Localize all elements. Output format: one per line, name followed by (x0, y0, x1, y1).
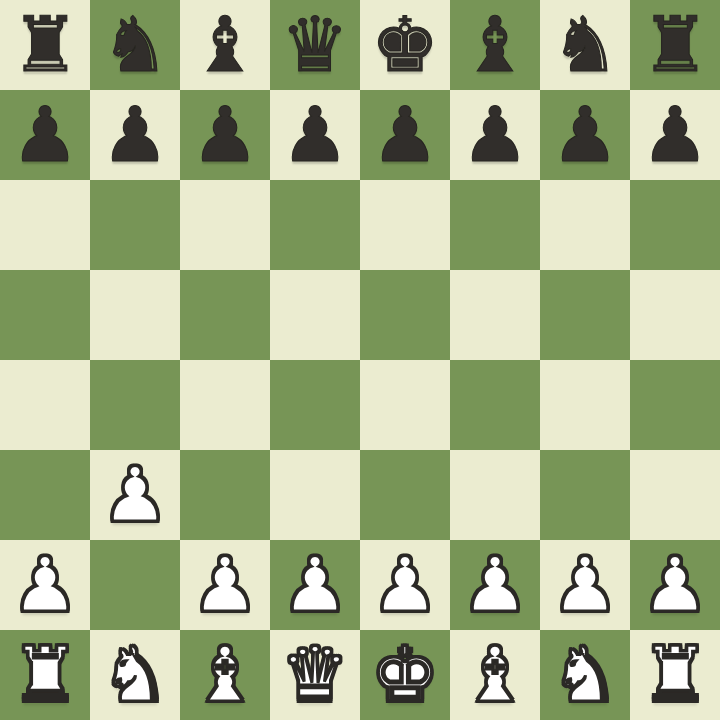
square-g7[interactable]: ♟ (540, 90, 630, 180)
square-c1[interactable]: ♝ (180, 630, 270, 720)
square-h7[interactable]: ♟ (630, 90, 720, 180)
square-e3[interactable] (360, 450, 450, 540)
square-b3[interactable]: ♟ (90, 450, 180, 540)
square-e4[interactable] (360, 360, 450, 450)
piece-white-king[interactable]: ♚ (371, 637, 439, 713)
square-b5[interactable] (90, 270, 180, 360)
piece-white-queen[interactable]: ♛ (281, 637, 349, 713)
piece-white-pawn[interactable]: ♟ (371, 547, 439, 623)
square-b8[interactable]: ♞ (90, 0, 180, 90)
piece-black-pawn[interactable]: ♟ (101, 97, 169, 173)
square-f3[interactable] (450, 450, 540, 540)
square-h8[interactable]: ♜ (630, 0, 720, 90)
piece-black-pawn[interactable]: ♟ (191, 97, 259, 173)
square-a6[interactable] (0, 180, 90, 270)
piece-white-pawn[interactable]: ♟ (191, 547, 259, 623)
piece-black-pawn[interactable]: ♟ (371, 97, 439, 173)
square-f4[interactable] (450, 360, 540, 450)
piece-black-bishop[interactable]: ♝ (461, 7, 529, 83)
square-a7[interactable]: ♟ (0, 90, 90, 180)
piece-black-pawn[interactable]: ♟ (281, 97, 349, 173)
square-d6[interactable] (270, 180, 360, 270)
square-g4[interactable] (540, 360, 630, 450)
square-f8[interactable]: ♝ (450, 0, 540, 90)
square-e8[interactable]: ♚ (360, 0, 450, 90)
square-g1[interactable]: ♞ (540, 630, 630, 720)
piece-white-pawn[interactable]: ♟ (281, 547, 349, 623)
square-g6[interactable] (540, 180, 630, 270)
piece-black-rook[interactable]: ♜ (11, 7, 79, 83)
square-f7[interactable]: ♟ (450, 90, 540, 180)
piece-black-pawn[interactable]: ♟ (641, 97, 709, 173)
square-f5[interactable] (450, 270, 540, 360)
square-f1[interactable]: ♝ (450, 630, 540, 720)
square-a2[interactable]: ♟ (0, 540, 90, 630)
square-a8[interactable]: ♜ (0, 0, 90, 90)
square-a5[interactable] (0, 270, 90, 360)
square-c7[interactable]: ♟ (180, 90, 270, 180)
piece-black-pawn[interactable]: ♟ (11, 97, 79, 173)
square-e1[interactable]: ♚ (360, 630, 450, 720)
square-d8[interactable]: ♛ (270, 0, 360, 90)
square-b2[interactable] (90, 540, 180, 630)
square-e7[interactable]: ♟ (360, 90, 450, 180)
square-h4[interactable] (630, 360, 720, 450)
square-b6[interactable] (90, 180, 180, 270)
piece-black-bishop[interactable]: ♝ (191, 7, 259, 83)
square-g8[interactable]: ♞ (540, 0, 630, 90)
piece-white-rook[interactable]: ♜ (641, 637, 709, 713)
square-g5[interactable] (540, 270, 630, 360)
square-b7[interactable]: ♟ (90, 90, 180, 180)
square-g2[interactable]: ♟ (540, 540, 630, 630)
piece-white-bishop[interactable]: ♝ (461, 637, 529, 713)
square-d7[interactable]: ♟ (270, 90, 360, 180)
square-g3[interactable] (540, 450, 630, 540)
square-d1[interactable]: ♛ (270, 630, 360, 720)
square-a3[interactable] (0, 450, 90, 540)
piece-black-knight[interactable]: ♞ (551, 7, 619, 83)
piece-white-knight[interactable]: ♞ (551, 637, 619, 713)
square-h6[interactable] (630, 180, 720, 270)
square-b4[interactable] (90, 360, 180, 450)
piece-black-pawn[interactable]: ♟ (461, 97, 529, 173)
square-e2[interactable]: ♟ (360, 540, 450, 630)
piece-black-pawn[interactable]: ♟ (551, 97, 619, 173)
piece-white-knight[interactable]: ♞ (101, 637, 169, 713)
square-f6[interactable] (450, 180, 540, 270)
square-c8[interactable]: ♝ (180, 0, 270, 90)
piece-white-bishop[interactable]: ♝ (191, 637, 259, 713)
square-c2[interactable]: ♟ (180, 540, 270, 630)
square-d5[interactable] (270, 270, 360, 360)
chess-board: ♜♞♝♛♚♝♞♜♟♟♟♟♟♟♟♟♟♟♟♟♟♟♟♟♜♞♝♛♚♝♞♜ (0, 0, 720, 720)
piece-black-queen[interactable]: ♛ (281, 7, 349, 83)
square-c5[interactable] (180, 270, 270, 360)
square-b1[interactable]: ♞ (90, 630, 180, 720)
square-c6[interactable] (180, 180, 270, 270)
piece-black-rook[interactable]: ♜ (641, 7, 709, 83)
square-h1[interactable]: ♜ (630, 630, 720, 720)
square-h3[interactable] (630, 450, 720, 540)
square-a4[interactable] (0, 360, 90, 450)
piece-white-pawn[interactable]: ♟ (641, 547, 709, 623)
square-e6[interactable] (360, 180, 450, 270)
piece-white-pawn[interactable]: ♟ (11, 547, 79, 623)
square-d2[interactable]: ♟ (270, 540, 360, 630)
square-h5[interactable] (630, 270, 720, 360)
piece-white-pawn[interactable]: ♟ (551, 547, 619, 623)
square-d3[interactable] (270, 450, 360, 540)
square-f2[interactable]: ♟ (450, 540, 540, 630)
piece-black-knight[interactable]: ♞ (101, 7, 169, 83)
piece-white-pawn[interactable]: ♟ (461, 547, 529, 623)
piece-white-pawn[interactable]: ♟ (101, 457, 169, 533)
piece-black-king[interactable]: ♚ (371, 7, 439, 83)
square-e5[interactable] (360, 270, 450, 360)
square-a1[interactable]: ♜ (0, 630, 90, 720)
square-c4[interactable] (180, 360, 270, 450)
square-c3[interactable] (180, 450, 270, 540)
square-d4[interactable] (270, 360, 360, 450)
square-h2[interactable]: ♟ (630, 540, 720, 630)
piece-white-rook[interactable]: ♜ (11, 637, 79, 713)
